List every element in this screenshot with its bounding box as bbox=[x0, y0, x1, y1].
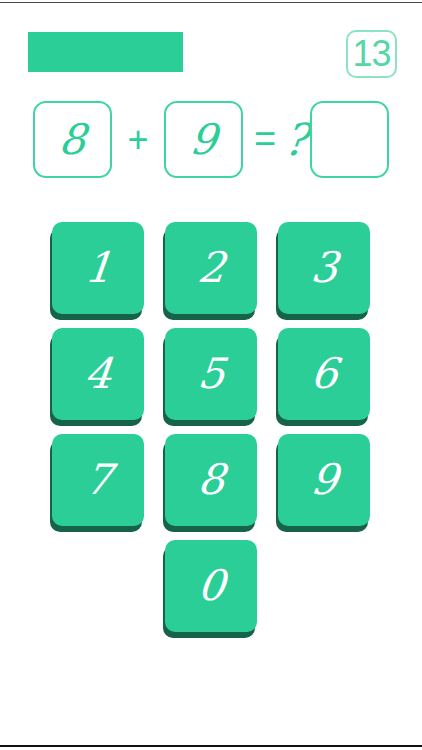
key-2[interactable]: 2 bbox=[165, 222, 257, 314]
operand2-value: 9 bbox=[188, 119, 219, 161]
equation-row: 8 + 9 = ? bbox=[0, 101, 422, 178]
keypad: 1 2 3 4 5 6 7 8 9 0 bbox=[52, 222, 370, 632]
key-9[interactable]: 9 bbox=[278, 434, 370, 526]
key-8[interactable]: 8 bbox=[165, 434, 257, 526]
key-4[interactable]: 4 bbox=[52, 328, 144, 420]
round-counter-value: 13 bbox=[352, 33, 390, 75]
key-7-label: 7 bbox=[82, 459, 113, 501]
key-4-label: 4 bbox=[82, 353, 113, 395]
key-2-label: 2 bbox=[195, 247, 226, 289]
key-0[interactable]: 0 bbox=[165, 540, 257, 632]
key-5[interactable]: 5 bbox=[165, 328, 257, 420]
answer-box[interactable] bbox=[310, 101, 389, 178]
round-counter: 13 bbox=[346, 30, 397, 78]
key-0-label: 0 bbox=[195, 565, 226, 607]
game-screen: 13 8 + 9 = ? 1 2 3 4 5 6 7 8 9 0 bbox=[0, 0, 422, 750]
key-3[interactable]: 3 bbox=[278, 222, 370, 314]
key-5-label: 5 bbox=[195, 353, 226, 395]
plus-operator: + bbox=[112, 101, 164, 178]
key-9-label: 9 bbox=[308, 459, 339, 501]
key-6[interactable]: 6 bbox=[278, 328, 370, 420]
key-1[interactable]: 1 bbox=[52, 222, 144, 314]
operand1-box: 8 bbox=[33, 101, 112, 178]
key-8-label: 8 bbox=[195, 459, 226, 501]
operand1-value: 8 bbox=[57, 119, 88, 161]
key-3-label: 3 bbox=[308, 247, 339, 289]
key-6-label: 6 bbox=[308, 353, 339, 395]
progress-bar-fill bbox=[28, 32, 183, 72]
frame-line-top bbox=[0, 2, 422, 3]
operand2-box: 9 bbox=[164, 101, 243, 178]
frame-line-bottom bbox=[0, 745, 422, 747]
key-7[interactable]: 7 bbox=[52, 434, 144, 526]
key-1-label: 1 bbox=[82, 247, 113, 289]
